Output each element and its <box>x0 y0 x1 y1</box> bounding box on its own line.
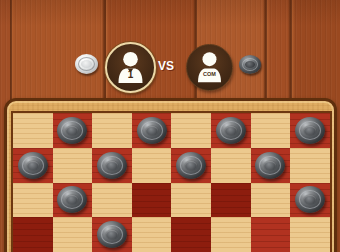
player2-label: COM <box>187 72 232 78</box>
square-r2c1[interactable] <box>13 148 53 183</box>
black-checker-icon <box>239 55 261 74</box>
square-r2c8[interactable] <box>290 148 330 183</box>
black-checker[interactable] <box>137 117 167 144</box>
square-r3c3[interactable] <box>92 183 132 218</box>
square-r2c2[interactable] <box>53 148 93 183</box>
player1-avatar: 1 <box>105 42 156 93</box>
square-r1c5[interactable] <box>171 113 211 148</box>
square-r4c8[interactable] <box>290 217 330 252</box>
square-r4c2[interactable] <box>53 217 93 252</box>
square-r3c6[interactable] <box>211 183 251 218</box>
square-r3c4[interactable] <box>132 183 172 218</box>
square-r3c2[interactable] <box>53 183 93 218</box>
vs-label: VS <box>154 59 178 73</box>
square-r4c3[interactable] <box>92 217 132 252</box>
square-r2c4[interactable] <box>132 148 172 183</box>
black-checker[interactable] <box>255 152 285 179</box>
person-icon <box>107 44 154 91</box>
person-icon <box>187 45 232 90</box>
square-r1c6[interactable] <box>211 113 251 148</box>
black-checker[interactable] <box>295 117 325 144</box>
player1-label: 1 <box>107 70 154 80</box>
square-r3c8[interactable] <box>290 183 330 218</box>
square-r3c5[interactable] <box>171 183 211 218</box>
square-r4c7[interactable] <box>251 217 291 252</box>
square-r2c6[interactable] <box>211 148 251 183</box>
square-r4c4[interactable] <box>132 217 172 252</box>
black-checker[interactable] <box>57 117 87 144</box>
white-checker-icon <box>75 54 98 74</box>
black-checker[interactable] <box>176 152 206 179</box>
square-r1c8[interactable] <box>290 113 330 148</box>
black-checker[interactable] <box>57 186 87 213</box>
square-r1c1[interactable] <box>13 113 53 148</box>
square-r1c4[interactable] <box>132 113 172 148</box>
board-grid <box>13 113 330 252</box>
black-checker[interactable] <box>97 152 127 179</box>
square-r4c1[interactable] <box>13 217 53 252</box>
square-r2c5[interactable] <box>171 148 211 183</box>
player2-avatar: COM <box>186 44 233 91</box>
black-checker[interactable] <box>18 152 48 179</box>
square-r1c7[interactable] <box>251 113 291 148</box>
square-r3c1[interactable] <box>13 183 53 218</box>
square-r3c7[interactable] <box>251 183 291 218</box>
square-r4c6[interactable] <box>211 217 251 252</box>
square-r1c3[interactable] <box>92 113 132 148</box>
black-checker[interactable] <box>295 186 325 213</box>
game-screen: 1 VS COM <box>0 0 340 252</box>
black-checker[interactable] <box>97 221 127 248</box>
square-r2c7[interactable] <box>251 148 291 183</box>
black-checker[interactable] <box>216 117 246 144</box>
square-r2c3[interactable] <box>92 148 132 183</box>
square-r4c5[interactable] <box>171 217 211 252</box>
square-r1c2[interactable] <box>53 113 93 148</box>
